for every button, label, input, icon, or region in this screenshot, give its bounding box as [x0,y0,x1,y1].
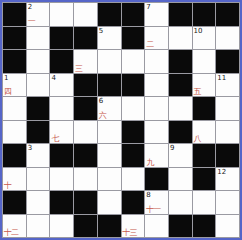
block-r8c3 [74,191,97,214]
cn-clue-label: 一 [28,17,35,26]
block-r4c3 [74,97,97,120]
cell-r3c2[interactable]: 4 [50,74,73,97]
cell-r2c1[interactable] [27,50,50,73]
clue-number: 12 [217,168,226,176]
block-r6c9 [216,144,239,167]
cell-r3c1[interactable] [27,74,50,97]
block-r0c9 [216,3,239,26]
cell-r1c4[interactable]: 5 [98,27,121,50]
block-r5c7 [169,121,192,144]
cn-clue-label: 六 [99,111,106,120]
cell-r1c7[interactable] [169,27,192,50]
block-r8c5 [122,191,145,214]
block-r2c2 [50,50,73,73]
block-r3c7 [169,74,192,97]
cell-r7c3[interactable] [74,168,97,191]
cell-r5c9[interactable] [216,121,239,144]
cell-r8c9[interactable] [216,191,239,214]
block-r6c8 [193,144,216,167]
cell-r8c8[interactable] [193,191,216,214]
crossword-page: 2一75二10三1四4五116六七八3九9十128十一十二十三 [0,0,242,240]
crossword-board: 2一75二10三1四4五116六七八3九9十128十一十二十三 [0,0,242,240]
clue-number: 10 [194,27,203,35]
block-r4c1 [27,97,50,120]
cell-r2c4[interactable] [98,50,121,73]
block-r8c0 [3,191,26,214]
cell-r5c3[interactable] [74,121,97,144]
cell-r5c4[interactable] [98,121,121,144]
block-r6c2 [50,144,73,167]
block-r7c8 [193,168,216,191]
cell-r0c6[interactable]: 7 [145,3,168,26]
cn-clue-label: 十三 [123,228,137,237]
cell-r5c6[interactable] [145,121,168,144]
cell-r3c6[interactable] [145,74,168,97]
cell-r4c7[interactable] [169,97,192,120]
clue-number: 1 [4,74,8,82]
cn-clue-label: 八 [194,134,201,143]
block-r0c8 [193,3,216,26]
clue-number: 9 [170,144,174,152]
block-r5c5 [122,121,145,144]
cell-r8c1[interactable] [27,191,50,214]
cn-clue-label: 十一 [146,205,160,214]
cell-r3c9[interactable]: 11 [216,74,239,97]
cell-r0c3[interactable] [74,3,97,26]
cell-r8c4[interactable] [98,191,121,214]
cell-r0c1[interactable]: 2一 [27,3,50,26]
clue-number: 4 [51,74,55,82]
cell-r8c6[interactable]: 8十一 [145,191,168,214]
cell-r2c3[interactable]: 三 [74,50,97,73]
block-r3c4 [98,74,121,97]
block-r0c7 [169,3,192,26]
cell-r7c9[interactable]: 12 [216,168,239,191]
cell-r0c2[interactable] [50,3,73,26]
block-r6c0 [3,144,26,167]
clue-number: 5 [99,27,103,35]
cell-r1c1[interactable] [27,27,50,50]
block-r2c9 [216,50,239,73]
cell-r8c7[interactable] [169,191,192,214]
block-r0c5 [122,3,145,26]
cell-r7c7[interactable] [169,168,192,191]
cn-clue-label: 三 [75,64,82,73]
cell-r5c0[interactable] [3,121,26,144]
block-r0c4 [98,3,121,26]
block-r9c3 [74,215,97,238]
cn-clue-label: 九 [146,158,153,167]
cell-r6c6[interactable]: 九 [145,144,168,167]
cn-clue-label: 五 [194,87,201,96]
cell-r9c5[interactable]: 十三 [122,215,145,238]
cell-r7c5[interactable] [122,168,145,191]
block-r4c8 [193,97,216,120]
cell-r4c4[interactable]: 6六 [98,97,121,120]
cell-r4c2[interactable] [50,97,73,120]
cell-r9c1[interactable] [27,215,50,238]
block-r1c0 [3,27,26,50]
cell-r3c8[interactable]: 五 [193,74,216,97]
cell-r7c0[interactable]: 十 [3,168,26,191]
block-r1c5 [122,27,145,50]
block-r0c0 [3,3,26,26]
cell-r6c1[interactable]: 3 [27,144,50,167]
block-r8c2 [50,191,73,214]
cell-r4c6[interactable] [145,97,168,120]
cell-r4c9[interactable] [216,97,239,120]
cell-r9c9[interactable] [216,215,239,238]
block-r2c0 [3,50,26,73]
block-r9c7 [169,215,192,238]
cell-r6c4[interactable] [98,144,121,167]
block-r9c4 [98,215,121,238]
block-r6c5 [122,144,145,167]
cell-r2c5[interactable] [122,50,145,73]
block-r3c5 [122,74,145,97]
block-r3c3 [74,74,97,97]
clue-number: 7 [146,3,150,11]
cell-r4c0[interactable] [3,97,26,120]
block-r9c8 [193,215,216,238]
cell-r9c6[interactable] [145,215,168,238]
clue-number: 11 [217,74,226,82]
clue-number: 3 [28,144,32,152]
cell-r7c1[interactable] [27,168,50,191]
cell-r1c8[interactable]: 10 [193,27,216,50]
cell-r2c8[interactable] [193,50,216,73]
cell-r5c2[interactable]: 七 [50,121,73,144]
block-r5c1 [27,121,50,144]
block-r6c3 [74,144,97,167]
cn-clue-label: 二 [146,40,153,49]
cell-r2c6[interactable] [145,50,168,73]
cell-r5c8[interactable]: 八 [193,121,216,144]
cell-r9c2[interactable] [50,215,73,238]
cell-r9c0[interactable]: 十二 [3,215,26,238]
cell-r7c2[interactable] [50,168,73,191]
cell-r6c7[interactable]: 9 [169,144,192,167]
cn-clue-label: 十 [4,181,11,190]
block-r2c7 [169,50,192,73]
clue-number: 2 [28,3,32,11]
block-r1c3 [74,27,97,50]
cell-r7c4[interactable] [98,168,121,191]
cell-r1c6[interactable]: 二 [145,27,168,50]
cell-r4c5[interactable] [122,97,145,120]
cell-r3c0[interactable]: 1四 [3,74,26,97]
clue-number: 8 [146,191,150,199]
clue-number: 6 [99,97,103,105]
cell-r1c9[interactable] [216,27,239,50]
cn-clue-label: 七 [51,134,58,143]
block-r7c6 [145,168,168,191]
cn-clue-label: 四 [4,87,11,96]
block-r1c2 [50,27,73,50]
cn-clue-label: 十二 [4,228,18,237]
